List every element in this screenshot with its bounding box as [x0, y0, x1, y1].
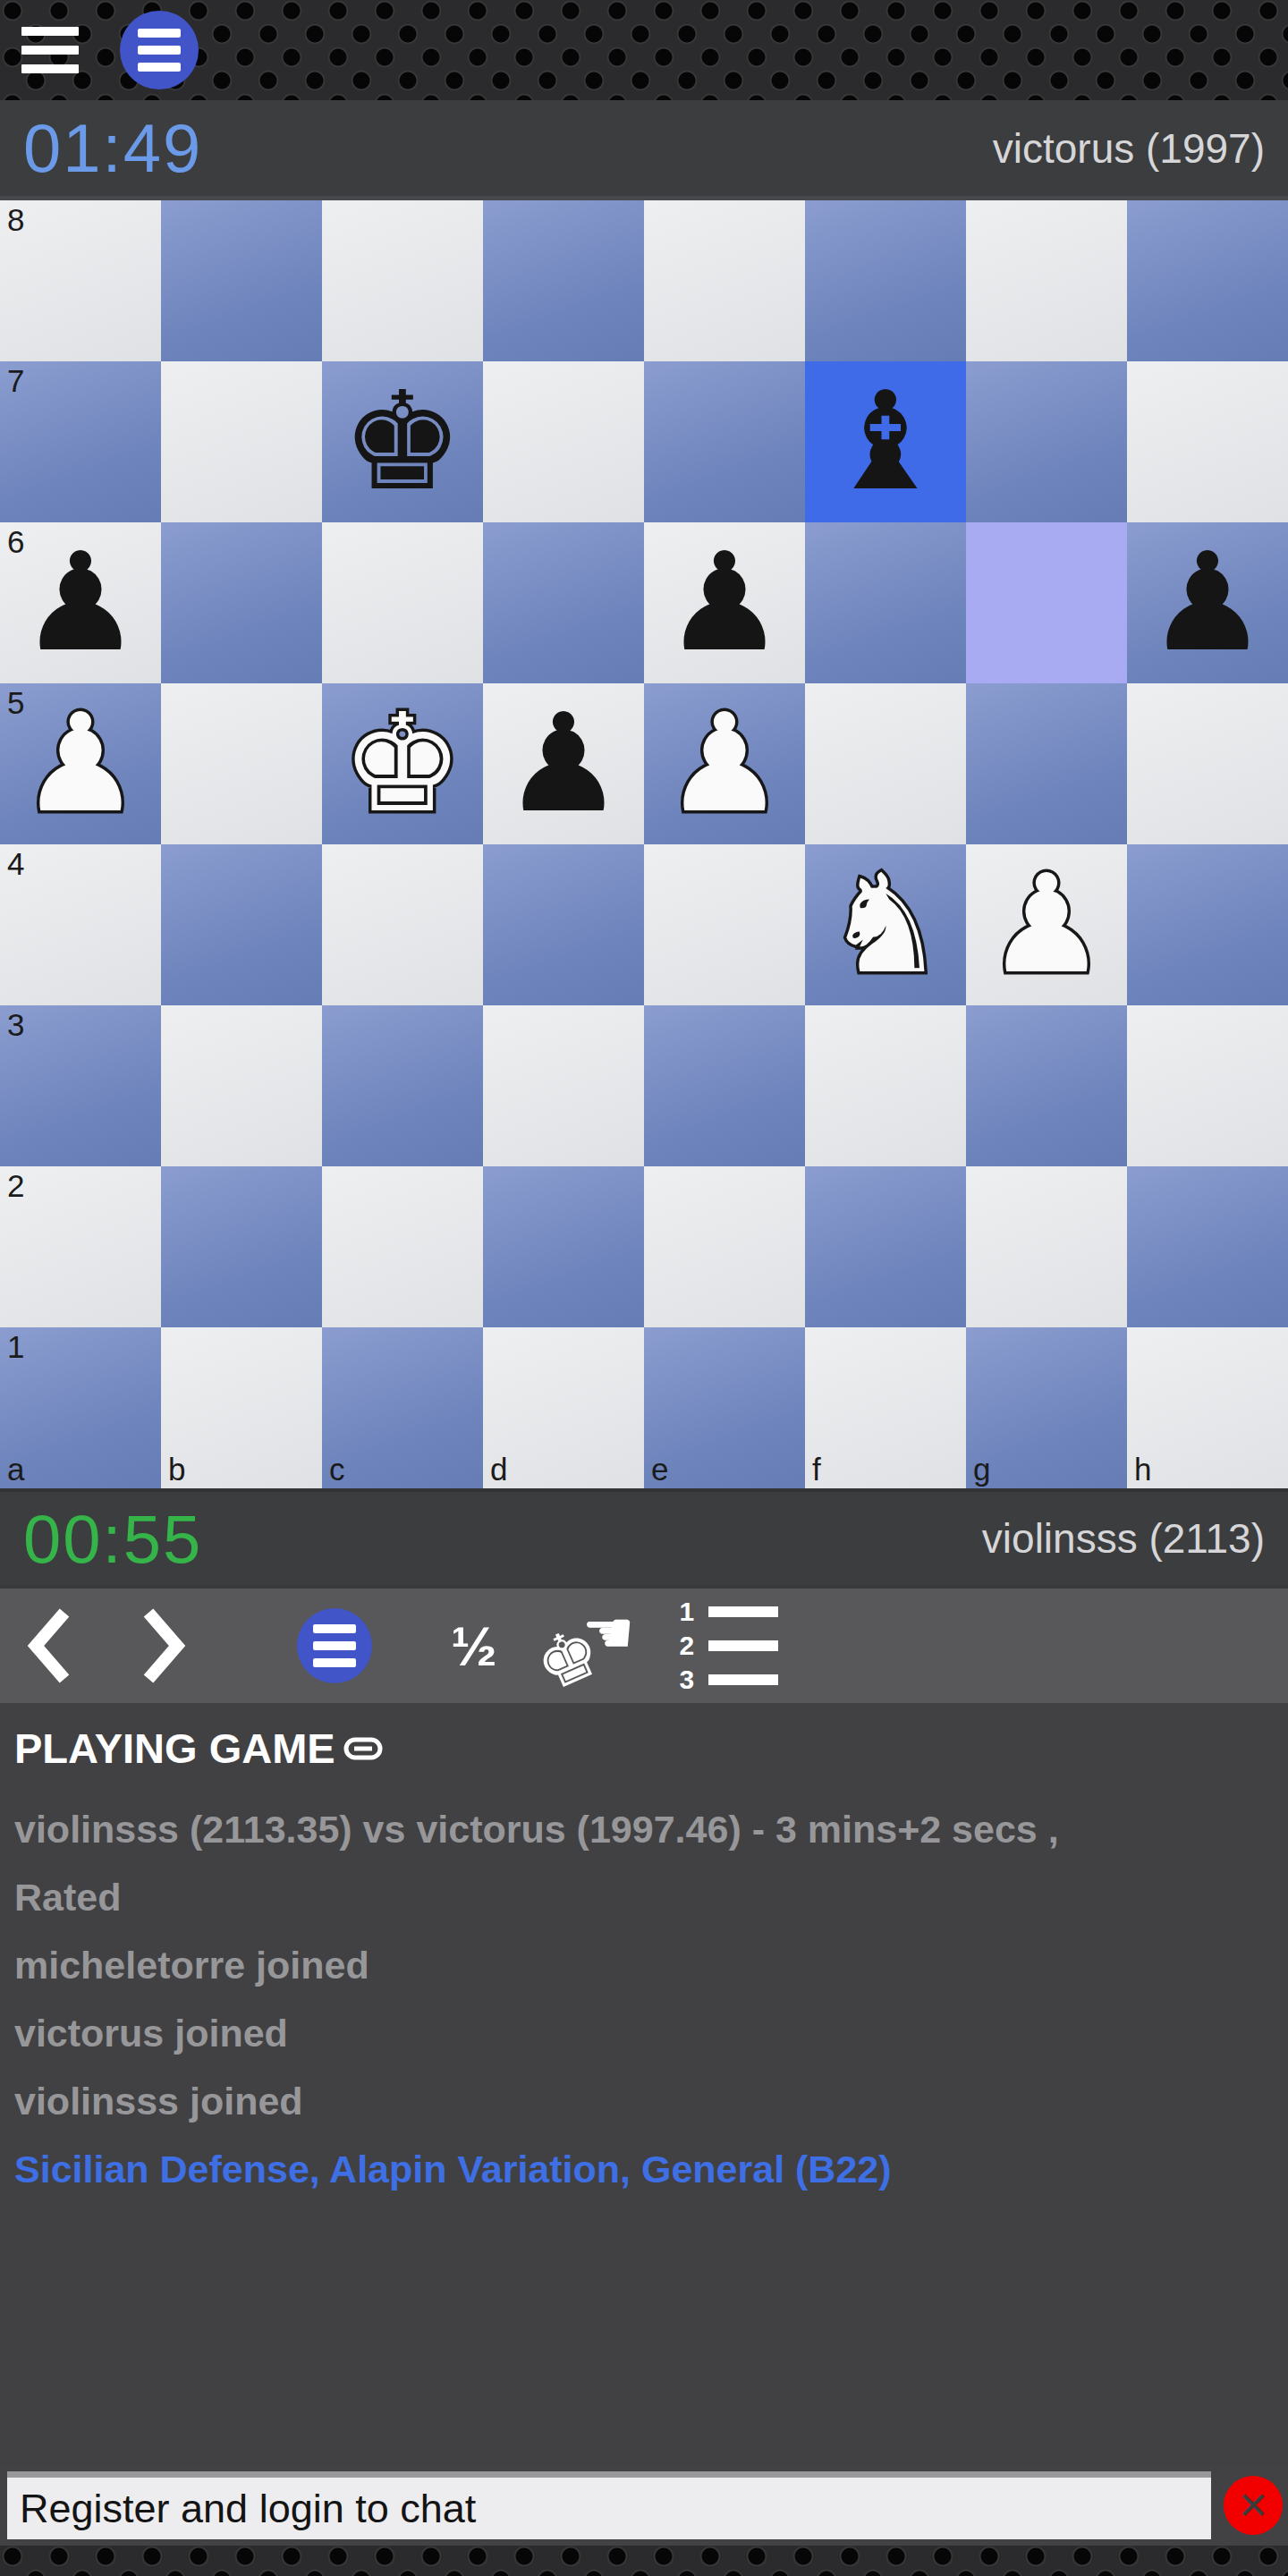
square-h7[interactable] — [1127, 361, 1288, 522]
rank-label-2: 2 — [7, 1170, 24, 1201]
square-f3[interactable] — [805, 1005, 966, 1166]
chat-message: violinsss joined — [14, 2079, 1274, 2123]
black-king: ♚ — [322, 361, 483, 522]
square-h5[interactable] — [1127, 683, 1288, 844]
chat-message: micheletorre joined — [14, 1943, 1274, 1987]
square-h1[interactable]: h — [1127, 1327, 1288, 1488]
square-c8[interactable] — [322, 200, 483, 361]
square-d4[interactable] — [483, 844, 644, 1005]
rank-label-8: 8 — [7, 204, 24, 235]
square-f2[interactable] — [805, 1166, 966, 1327]
close-chat-button[interactable]: ✕ — [1224, 2476, 1283, 2535]
rank-label-7: 7 — [7, 365, 24, 396]
black-bishop: ♝ — [805, 361, 966, 522]
square-b6[interactable] — [161, 522, 322, 683]
black-pawn: ♟ — [1127, 522, 1288, 683]
app-screen: 01:49 victorus (1997) 87♚♝6♟♟♟5♟♚♟♟4♞♟32… — [0, 0, 1288, 2576]
square-g8[interactable] — [966, 200, 1127, 361]
file-label-e: e — [651, 1453, 668, 1485]
square-g1[interactable]: g — [966, 1327, 1127, 1488]
square-c1[interactable]: c — [322, 1327, 483, 1488]
square-f1[interactable]: f — [805, 1327, 966, 1488]
white-pawn: ♟ — [0, 683, 161, 844]
square-a7[interactable]: 7 — [0, 361, 161, 522]
white-pawn: ♟ — [644, 683, 805, 844]
movelist-digit: 2 — [676, 1634, 698, 1657]
square-h4[interactable] — [1127, 844, 1288, 1005]
file-label-c: c — [329, 1453, 345, 1485]
square-e2[interactable] — [644, 1166, 805, 1327]
square-e5[interactable]: ♟ — [644, 683, 805, 844]
square-c3[interactable] — [322, 1005, 483, 1166]
file-label-a: a — [7, 1453, 24, 1485]
square-c5[interactable]: ♚ — [322, 683, 483, 844]
square-g6[interactable] — [966, 522, 1127, 683]
game-menu-button[interactable] — [297, 1608, 372, 1683]
square-a5[interactable]: 5♟ — [0, 683, 161, 844]
square-d8[interactable] — [483, 200, 644, 361]
file-label-d: d — [490, 1453, 507, 1485]
square-d1[interactable]: d — [483, 1327, 644, 1488]
square-h6[interactable]: ♟ — [1127, 522, 1288, 683]
square-b2[interactable] — [161, 1166, 322, 1327]
square-a4[interactable]: 4 — [0, 844, 161, 1005]
menu-icon — [313, 1624, 356, 1633]
square-f4[interactable]: ♞ — [805, 844, 966, 1005]
square-a2[interactable]: 2 — [0, 1166, 161, 1327]
square-g4[interactable]: ♟ — [966, 844, 1127, 1005]
menu-button[interactable] — [120, 11, 199, 89]
bottom-bar — [0, 2546, 1288, 2576]
back-move-button[interactable] — [23, 1606, 77, 1686]
square-a6[interactable]: 6♟ — [0, 522, 161, 683]
square-b7[interactable] — [161, 361, 322, 522]
player-name: violinsss (2113) — [982, 1514, 1265, 1563]
chat-panel: PLAYING GAME violinsss (2113.35) vs vict… — [0, 1703, 1288, 2465]
menu-icon — [138, 29, 181, 38]
square-h8[interactable] — [1127, 200, 1288, 361]
opening-name-link[interactable]: Sicilian Defense, Alapin Variation, Gene… — [14, 2147, 1274, 2191]
white-pawn: ♟ — [966, 844, 1127, 1005]
file-label-g: g — [973, 1453, 990, 1485]
square-b4[interactable] — [161, 844, 322, 1005]
close-icon: ✕ — [1237, 2484, 1268, 2528]
square-c6[interactable] — [322, 522, 483, 683]
top-bar — [0, 0, 1288, 100]
rank-label-3: 3 — [7, 1009, 24, 1040]
black-pawn: ♟ — [483, 683, 644, 844]
square-e4[interactable] — [644, 844, 805, 1005]
game-action-bar: ½ ♚ ☚ 1 2 3 — [0, 1585, 1288, 1703]
square-d6[interactable] — [483, 522, 644, 683]
rank-label-1: 1 — [7, 1331, 24, 1362]
file-label-h: h — [1134, 1453, 1151, 1485]
black-pawn: ♟ — [644, 522, 805, 683]
square-d2[interactable] — [483, 1166, 644, 1327]
square-g5[interactable] — [966, 683, 1127, 844]
chat-input[interactable] — [7, 2471, 1211, 2539]
resign-button[interactable]: ♚ ☚ — [537, 1597, 630, 1695]
square-b3[interactable] — [161, 1005, 322, 1166]
square-e8[interactable] — [644, 200, 805, 361]
square-b1[interactable]: b — [161, 1327, 322, 1488]
white-king: ♚ — [322, 683, 483, 844]
white-knight: ♞ — [805, 844, 966, 1005]
move-list-button[interactable]: 1 2 3 — [676, 1600, 778, 1691]
rank-label-4: 4 — [7, 848, 24, 879]
square-f8[interactable] — [805, 200, 966, 361]
chat-input-row: ✕ — [0, 2465, 1288, 2546]
square-g2[interactable] — [966, 1166, 1127, 1327]
square-c7[interactable]: ♚ — [322, 361, 483, 522]
square-e6[interactable]: ♟ — [644, 522, 805, 683]
pointing-hand-icon: ☚ — [582, 1598, 635, 1667]
square-c2[interactable] — [322, 1166, 483, 1327]
square-e1[interactable]: e — [644, 1327, 805, 1488]
square-c4[interactable] — [322, 844, 483, 1005]
player-clock: 00:55 — [23, 1500, 202, 1578]
chevron-left-icon — [23, 1606, 77, 1686]
file-label-b: b — [168, 1453, 185, 1485]
chevron-right-icon — [136, 1606, 190, 1686]
opponent-name: victorus (1997) — [993, 124, 1265, 173]
square-f6[interactable] — [805, 522, 966, 683]
movelist-digit: 1 — [676, 1600, 698, 1623]
square-a8[interactable]: 8 — [0, 200, 161, 361]
chat-messages: violinsss (2113.35) vs victorus (1997.46… — [14, 1807, 1274, 2123]
square-e3[interactable] — [644, 1005, 805, 1166]
square-e7[interactable] — [644, 361, 805, 522]
square-h3[interactable] — [1127, 1005, 1288, 1166]
square-b8[interactable] — [161, 200, 322, 361]
square-d5[interactable]: ♟ — [483, 683, 644, 844]
player-clock-bar: 00:55 violinsss (2113) — [0, 1488, 1288, 1585]
file-label-f: f — [812, 1453, 821, 1485]
chat-message: violinsss (2113.35) vs victorus (1997.46… — [14, 1807, 1274, 1851]
square-g3[interactable] — [966, 1005, 1127, 1166]
chat-heading-row: PLAYING GAME — [14, 1726, 1274, 1771]
square-d7[interactable] — [483, 361, 644, 522]
chess-board: 87♚♝6♟♟♟5♟♚♟♟4♞♟321abcdefgh — [0, 200, 1288, 1488]
hamburger-icon[interactable] — [21, 27, 79, 73]
square-a3[interactable]: 3 — [0, 1005, 161, 1166]
square-g7[interactable] — [966, 361, 1127, 522]
square-f7[interactable]: ♝ — [805, 361, 966, 522]
forward-move-button[interactable] — [136, 1606, 190, 1686]
chat-title: PLAYING GAME — [14, 1726, 335, 1771]
black-pawn: ♟ — [0, 522, 161, 683]
chat-message: victorus joined — [14, 2011, 1274, 2055]
square-a1[interactable]: 1a — [0, 1327, 161, 1488]
game-link-icon[interactable] — [343, 1735, 384, 1762]
chat-message: Rated — [14, 1875, 1274, 1919]
square-f5[interactable] — [805, 683, 966, 844]
movelist-digit: 3 — [676, 1668, 698, 1691]
square-h2[interactable] — [1127, 1166, 1288, 1327]
opponent-clock-bar: 01:49 victorus (1997) — [0, 100, 1288, 200]
opponent-clock: 01:49 — [23, 109, 202, 187]
square-d3[interactable] — [483, 1005, 644, 1166]
square-b5[interactable] — [161, 683, 322, 844]
offer-draw-button[interactable]: ½ — [451, 1614, 497, 1678]
